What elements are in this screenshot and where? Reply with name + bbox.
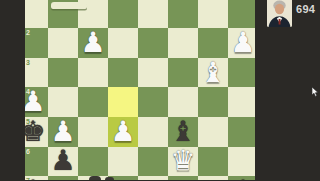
square-b1[interactable] — [198, 0, 228, 28]
square-b4[interactable] — [198, 87, 228, 117]
square-c7[interactable] — [168, 176, 198, 180]
avatar-portrait-icon — [267, 0, 292, 27]
square-e5[interactable]: ♟ — [108, 117, 138, 147]
square-g3[interactable] — [48, 58, 78, 88]
chess-board[interactable]: 2♟♟3♝4♟5♚♟♟♝6♟♛7♟♟ — [18, 0, 258, 180]
square-e4[interactable] — [108, 87, 138, 117]
piece-white-queen[interactable]: ♛ — [170, 147, 195, 175]
piece-white-pawn[interactable]: ♟ — [230, 29, 255, 57]
piece-black-pawn[interactable]: ♟ — [230, 177, 255, 180]
rank-label-5: 5 — [26, 118, 30, 125]
square-d1[interactable] — [138, 0, 168, 28]
piece-white-pawn[interactable]: ♟ — [80, 29, 105, 57]
square-g7[interactable] — [48, 176, 78, 180]
piece-fragment-f8-black-top — [89, 176, 101, 180]
square-a5[interactable] — [228, 117, 258, 147]
square-a1[interactable] — [228, 0, 258, 28]
square-b7[interactable] — [198, 176, 228, 180]
square-b5[interactable] — [198, 117, 228, 147]
square-f4[interactable] — [78, 87, 108, 117]
square-f5[interactable] — [78, 117, 108, 147]
mouse-cursor-icon — [312, 87, 319, 97]
square-e2[interactable] — [108, 28, 138, 58]
square-d3[interactable] — [138, 58, 168, 88]
rank-label-6: 6 — [26, 148, 30, 155]
square-c2[interactable] — [168, 28, 198, 58]
square-g2[interactable] — [48, 28, 78, 58]
square-e1[interactable] — [108, 0, 138, 28]
square-c5[interactable]: ♝ — [168, 117, 198, 147]
left-dark-sidebar — [0, 0, 25, 180]
square-f2[interactable]: ♟ — [78, 28, 108, 58]
square-g6[interactable]: ♟ — [48, 147, 78, 177]
square-e6[interactable] — [108, 147, 138, 177]
piece-fragment-rank1-white-base — [51, 2, 87, 9]
piece-white-bishop[interactable]: ♝ — [200, 59, 225, 87]
rating-badge: 694 — [296, 3, 315, 15]
rank-label-3: 3 — [26, 59, 30, 66]
rank-label-2: 2 — [26, 29, 30, 36]
square-a2[interactable]: ♟ — [228, 28, 258, 58]
avatar[interactable] — [267, 0, 292, 27]
piece-black-pawn[interactable]: ♟ — [50, 147, 75, 175]
square-f6[interactable] — [78, 147, 108, 177]
piece-white-pawn[interactable]: ♟ — [110, 118, 135, 146]
square-d6[interactable] — [138, 147, 168, 177]
square-a6[interactable] — [228, 147, 258, 177]
square-b6[interactable] — [198, 147, 228, 177]
square-c3[interactable] — [168, 58, 198, 88]
square-b2[interactable] — [198, 28, 228, 58]
piece-black-bishop[interactable]: ♝ — [170, 118, 195, 146]
square-f3[interactable] — [78, 58, 108, 88]
square-c6[interactable]: ♛ — [168, 147, 198, 177]
square-c1[interactable] — [168, 0, 198, 28]
square-d2[interactable] — [138, 28, 168, 58]
square-d4[interactable] — [138, 87, 168, 117]
square-d7[interactable] — [138, 176, 168, 180]
square-d5[interactable] — [138, 117, 168, 147]
piece-fragment-e8-black-top — [105, 177, 114, 181]
square-g5[interactable]: ♟ — [48, 117, 78, 147]
square-c4[interactable] — [168, 87, 198, 117]
square-e3[interactable] — [108, 58, 138, 88]
square-g4[interactable] — [48, 87, 78, 117]
right-dark-panel: 694 — [255, 0, 320, 180]
rank-label-4: 4 — [26, 88, 30, 95]
square-a4[interactable] — [228, 87, 258, 117]
piece-white-pawn[interactable]: ♟ — [50, 118, 75, 146]
square-a7[interactable]: ♟ — [228, 176, 258, 180]
square-b3[interactable]: ♝ — [198, 58, 228, 88]
rank-label-7: 7 — [26, 177, 30, 180]
square-a3[interactable] — [228, 58, 258, 88]
